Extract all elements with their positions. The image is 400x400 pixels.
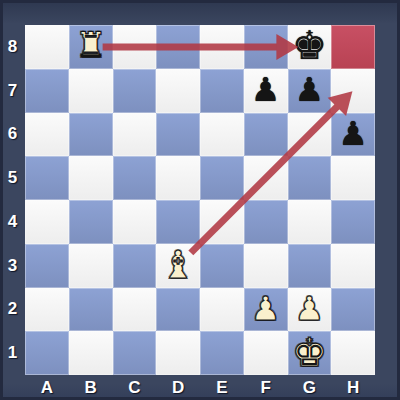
rank-labels: 87654321	[0, 25, 25, 375]
rank-label-1: 1	[0, 331, 25, 375]
piece-black-pawn[interactable]: ♟	[295, 73, 325, 106]
square-a8[interactable]	[25, 25, 69, 69]
square-f2[interactable]: ♟	[244, 288, 288, 332]
square-h6[interactable]: ♟	[331, 113, 375, 157]
chessboard-frame: ♜♚♟♟♟♝♟♟♚ 87654321 ABCDEFGH	[0, 0, 400, 400]
rank-label-3: 3	[0, 244, 25, 288]
rank-label-2: 2	[0, 288, 25, 332]
square-c3[interactable]	[113, 244, 157, 288]
square-f8[interactable]	[244, 25, 288, 69]
square-d2[interactable]	[156, 288, 200, 332]
piece-black-pawn[interactable]: ♟	[338, 117, 368, 150]
square-f6[interactable]	[244, 113, 288, 157]
square-a4[interactable]	[25, 200, 69, 244]
square-b1[interactable]	[69, 331, 113, 375]
square-f5[interactable]	[244, 156, 288, 200]
rank-label-5: 5	[0, 156, 25, 200]
file-label-G: G	[288, 375, 332, 400]
file-label-F: F	[244, 375, 288, 400]
square-c8[interactable]	[113, 25, 157, 69]
square-d6[interactable]	[156, 113, 200, 157]
rank-label-7: 7	[0, 69, 25, 113]
rank-label-8: 8	[0, 25, 25, 69]
square-h5[interactable]	[331, 156, 375, 200]
square-e8[interactable]	[200, 25, 244, 69]
square-h7[interactable]	[331, 69, 375, 113]
square-b3[interactable]	[69, 244, 113, 288]
square-e1[interactable]	[200, 331, 244, 375]
square-c7[interactable]	[113, 69, 157, 113]
file-label-D: D	[156, 375, 200, 400]
square-h3[interactable]	[331, 244, 375, 288]
piece-white-pawn[interactable]: ♟	[295, 292, 325, 325]
square-b2[interactable]	[69, 288, 113, 332]
piece-white-pawn[interactable]: ♟	[251, 292, 281, 325]
piece-black-pawn[interactable]: ♟	[251, 73, 281, 106]
square-e3[interactable]	[200, 244, 244, 288]
square-b4[interactable]	[69, 200, 113, 244]
square-c6[interactable]	[113, 113, 157, 157]
file-label-B: B	[69, 375, 113, 400]
square-h2[interactable]	[331, 288, 375, 332]
square-a5[interactable]	[25, 156, 69, 200]
square-b7[interactable]	[69, 69, 113, 113]
file-label-A: A	[25, 375, 69, 400]
square-b5[interactable]	[69, 156, 113, 200]
square-g1[interactable]: ♚	[288, 331, 332, 375]
square-g8[interactable]: ♚	[288, 25, 332, 69]
square-e4[interactable]	[200, 200, 244, 244]
square-c1[interactable]	[113, 331, 157, 375]
square-h1[interactable]	[331, 331, 375, 375]
rank-label-4: 4	[0, 200, 25, 244]
square-h4[interactable]	[331, 200, 375, 244]
square-f4[interactable]	[244, 200, 288, 244]
square-c4[interactable]	[113, 200, 157, 244]
piece-white-king[interactable]: ♚	[292, 333, 327, 372]
square-d3[interactable]: ♝	[156, 244, 200, 288]
square-g6[interactable]	[288, 113, 332, 157]
square-h8[interactable]	[331, 25, 375, 69]
square-e7[interactable]	[200, 69, 244, 113]
square-g3[interactable]	[288, 244, 332, 288]
piece-white-bishop[interactable]: ♝	[161, 246, 195, 284]
square-f7[interactable]: ♟	[244, 69, 288, 113]
square-f3[interactable]	[244, 244, 288, 288]
square-a2[interactable]	[25, 288, 69, 332]
square-a6[interactable]	[25, 113, 69, 157]
square-a3[interactable]	[25, 244, 69, 288]
file-label-C: C	[113, 375, 157, 400]
square-d8[interactable]	[156, 25, 200, 69]
square-b6[interactable]	[69, 113, 113, 157]
chess-board: ♜♚♟♟♟♝♟♟♚	[25, 25, 375, 375]
square-e6[interactable]	[200, 113, 244, 157]
square-c5[interactable]	[113, 156, 157, 200]
rank-label-6: 6	[0, 113, 25, 157]
file-label-H: H	[331, 375, 375, 400]
file-labels: ABCDEFGH	[25, 375, 375, 400]
square-d5[interactable]	[156, 156, 200, 200]
square-f1[interactable]	[244, 331, 288, 375]
square-g2[interactable]: ♟	[288, 288, 332, 332]
square-d1[interactable]	[156, 331, 200, 375]
square-b8[interactable]: ♜	[69, 25, 113, 69]
piece-white-rook[interactable]: ♜	[75, 28, 106, 63]
square-e5[interactable]	[200, 156, 244, 200]
square-d4[interactable]	[156, 200, 200, 244]
square-e2[interactable]	[200, 288, 244, 332]
square-d7[interactable]	[156, 69, 200, 113]
file-label-E: E	[200, 375, 244, 400]
square-g5[interactable]	[288, 156, 332, 200]
piece-black-king[interactable]: ♚	[292, 26, 327, 65]
square-a7[interactable]	[25, 69, 69, 113]
square-c2[interactable]	[113, 288, 157, 332]
square-a1[interactable]	[25, 331, 69, 375]
square-g4[interactable]	[288, 200, 332, 244]
square-g7[interactable]: ♟	[288, 69, 332, 113]
